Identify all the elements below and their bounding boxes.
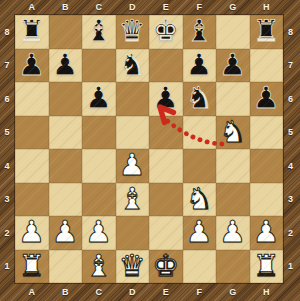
piece-white-pawn[interactable]: ♟ [52, 217, 79, 247]
piece-white-pawn[interactable]: ♟ [18, 217, 45, 247]
piece-black-bishop[interactable]: ♝ [85, 16, 112, 46]
square-a3[interactable] [15, 183, 49, 217]
square-b5[interactable] [49, 116, 83, 150]
piece-black-pawn[interactable]: ♟ [85, 83, 112, 113]
piece-white-rook[interactable]: ♜ [18, 251, 45, 281]
rank-label-5-right: 5 [288, 127, 293, 137]
square-g5[interactable]: ♞ [216, 116, 250, 150]
square-g1[interactable] [216, 250, 250, 284]
square-d5[interactable] [116, 116, 150, 150]
square-f5[interactable] [183, 116, 217, 150]
square-h6[interactable]: ♟ [250, 82, 284, 116]
square-d7[interactable]: ♞ [116, 49, 150, 83]
rank-label-6-left: 6 [4, 94, 9, 104]
file-label-e-top: E [163, 2, 169, 12]
square-b4[interactable] [49, 149, 83, 183]
square-e1[interactable]: ♚ [149, 250, 183, 284]
rank-label-4-right: 4 [288, 161, 293, 171]
file-label-f-bottom: F [197, 287, 203, 297]
file-label-b-top: B [62, 2, 69, 12]
square-d6[interactable] [116, 82, 150, 116]
square-a5[interactable] [15, 116, 49, 150]
piece-white-knight[interactable]: ♞ [186, 184, 213, 214]
square-h4[interactable] [250, 149, 284, 183]
piece-black-queen[interactable]: ♛ [119, 16, 146, 46]
file-label-b-bottom: B [62, 287, 69, 297]
piece-black-bishop[interactable]: ♝ [186, 16, 213, 46]
square-c4[interactable] [82, 149, 116, 183]
piece-black-knight[interactable]: ♞ [186, 83, 213, 113]
square-c3[interactable] [82, 183, 116, 217]
square-g3[interactable] [216, 183, 250, 217]
square-d2[interactable] [116, 216, 150, 250]
rank-label-3-right: 3 [288, 194, 293, 204]
rank-label-8-left: 8 [4, 27, 9, 37]
square-b3[interactable] [49, 183, 83, 217]
square-c6[interactable]: ♟ [82, 82, 116, 116]
square-c2[interactable]: ♟ [82, 216, 116, 250]
square-b8[interactable] [49, 15, 83, 49]
square-g8[interactable] [216, 15, 250, 49]
file-label-d-top: D [129, 2, 136, 12]
piece-white-pawn[interactable]: ♟ [119, 150, 146, 180]
piece-white-king[interactable]: ♚ [152, 251, 179, 281]
square-b2[interactable]: ♟ [49, 216, 83, 250]
chess-board: ♜♝♛♚♝♜♟♟♞♟♟♟♟♞♟♞♟♝♞♟♟♟♟♟♟♜♝♛♚♜ [15, 15, 283, 283]
square-h1[interactable]: ♜ [250, 250, 284, 284]
square-h8[interactable]: ♜ [250, 15, 284, 49]
square-a4[interactable] [15, 149, 49, 183]
rank-label-4-left: 4 [4, 161, 9, 171]
piece-white-pawn[interactable]: ♟ [85, 217, 112, 247]
file-label-d-bottom: D [129, 287, 136, 297]
square-e4[interactable] [149, 149, 183, 183]
piece-white-rook[interactable]: ♜ [253, 251, 280, 281]
piece-black-pawn[interactable]: ♟ [152, 83, 179, 113]
piece-black-pawn[interactable]: ♟ [52, 50, 79, 80]
square-h2[interactable]: ♟ [250, 216, 284, 250]
square-e2[interactable] [149, 216, 183, 250]
square-f1[interactable] [183, 250, 217, 284]
square-g6[interactable] [216, 82, 250, 116]
square-g7[interactable]: ♟ [216, 49, 250, 83]
piece-white-bishop[interactable]: ♝ [119, 184, 146, 214]
square-f3[interactable]: ♞ [183, 183, 217, 217]
rank-label-1-right: 1 [288, 261, 293, 271]
square-g2[interactable]: ♟ [216, 216, 250, 250]
square-f4[interactable] [183, 149, 217, 183]
square-d1[interactable]: ♛ [116, 250, 150, 284]
rank-label-7-left: 7 [4, 60, 9, 70]
square-h7[interactable] [250, 49, 284, 83]
square-c8[interactable]: ♝ [82, 15, 116, 49]
square-e5[interactable] [149, 116, 183, 150]
piece-black-pawn[interactable]: ♟ [186, 50, 213, 80]
square-e8[interactable]: ♚ [149, 15, 183, 49]
file-label-g-bottom: G [229, 287, 236, 297]
piece-black-king[interactable]: ♚ [152, 16, 179, 46]
piece-white-pawn[interactable]: ♟ [219, 217, 246, 247]
piece-white-pawn[interactable]: ♟ [186, 217, 213, 247]
square-a7[interactable]: ♟ [15, 49, 49, 83]
piece-white-bishop[interactable]: ♝ [85, 251, 112, 281]
square-c5[interactable] [82, 116, 116, 150]
square-h3[interactable] [250, 183, 284, 217]
square-a2[interactable]: ♟ [15, 216, 49, 250]
rank-label-6-right: 6 [288, 94, 293, 104]
piece-black-rook[interactable]: ♜ [253, 16, 280, 46]
square-a8[interactable]: ♜ [15, 15, 49, 49]
square-h5[interactable] [250, 116, 284, 150]
square-d3[interactable]: ♝ [116, 183, 150, 217]
file-label-g-top: G [229, 2, 236, 12]
piece-black-pawn[interactable]: ♟ [18, 50, 45, 80]
square-b1[interactable] [49, 250, 83, 284]
square-e3[interactable] [149, 183, 183, 217]
piece-white-queen[interactable]: ♛ [119, 251, 146, 281]
square-e6[interactable]: ♟ [149, 82, 183, 116]
rank-label-8-right: 8 [288, 27, 293, 37]
rank-label-3-left: 3 [4, 194, 9, 204]
square-c1[interactable]: ♝ [82, 250, 116, 284]
piece-white-pawn[interactable]: ♟ [253, 217, 280, 247]
file-label-c-top: C [96, 2, 103, 12]
file-label-c-bottom: C [96, 287, 103, 297]
rank-label-5-left: 5 [4, 127, 9, 137]
piece-black-pawn[interactable]: ♟ [253, 83, 280, 113]
piece-black-pawn[interactable]: ♟ [219, 50, 246, 80]
piece-white-knight[interactable]: ♞ [219, 117, 246, 147]
square-g4[interactable] [216, 149, 250, 183]
rank-label-7-right: 7 [288, 60, 293, 70]
file-label-f-top: F [197, 2, 203, 12]
square-b7[interactable]: ♟ [49, 49, 83, 83]
square-a6[interactable] [15, 82, 49, 116]
file-label-a-top: A [29, 2, 36, 12]
square-a1[interactable]: ♜ [15, 250, 49, 284]
square-f2[interactable]: ♟ [183, 216, 217, 250]
rank-label-2-right: 2 [288, 228, 293, 238]
chess-board-frame: ♜♝♛♚♝♜♟♟♞♟♟♟♟♞♟♞♟♝♞♟♟♟♟♟♟♜♝♛♚♜ AABBCCDDE… [0, 0, 300, 301]
file-label-a-bottom: A [29, 287, 36, 297]
square-f8[interactable]: ♝ [183, 15, 217, 49]
file-label-h-bottom: H [263, 287, 270, 297]
square-c7[interactable] [82, 49, 116, 83]
square-b6[interactable] [49, 82, 83, 116]
file-label-e-bottom: E [163, 287, 169, 297]
square-d4[interactable]: ♟ [116, 149, 150, 183]
piece-black-rook[interactable]: ♜ [18, 16, 45, 46]
square-d8[interactable]: ♛ [116, 15, 150, 49]
square-e7[interactable] [149, 49, 183, 83]
rank-label-2-left: 2 [4, 228, 9, 238]
file-label-h-top: H [263, 2, 270, 12]
square-f6[interactable]: ♞ [183, 82, 217, 116]
square-f7[interactable]: ♟ [183, 49, 217, 83]
rank-label-1-left: 1 [4, 261, 9, 271]
piece-black-knight[interactable]: ♞ [119, 50, 146, 80]
